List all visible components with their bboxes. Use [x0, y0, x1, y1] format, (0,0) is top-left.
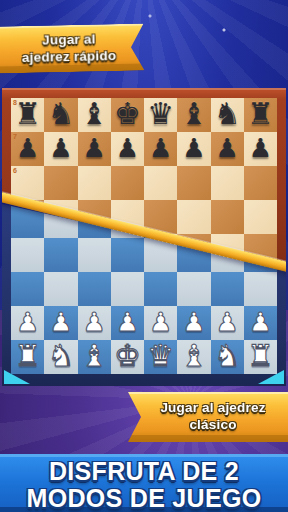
- white-bishop-piece: ♝: [81, 341, 108, 371]
- white-pawn-piece: ♟: [149, 309, 172, 335]
- black-rook-piece: ♜: [247, 99, 274, 129]
- white-pawn-piece: ♟: [82, 309, 105, 335]
- square: [211, 272, 244, 306]
- square: [78, 166, 111, 200]
- square: ♝: [177, 340, 210, 374]
- cta-classic-line1: Jugar al ajedrez: [160, 400, 265, 417]
- square: [244, 200, 277, 234]
- square: ♟: [211, 306, 244, 340]
- square: ♟: [44, 306, 77, 340]
- square: ♟: [211, 132, 244, 166]
- white-queen-piece: ♛: [147, 341, 174, 371]
- black-pawn-piece: ♟: [16, 135, 39, 161]
- white-king-piece: ♚: [114, 341, 141, 371]
- square: ♜: [11, 340, 44, 374]
- square: ♝: [78, 98, 111, 132]
- black-king-piece: ♚: [114, 99, 141, 129]
- chess-board[interactable]: 8♜♞♝♚♛♝♞♜7♟♟♟♟♟♟♟♟6 ♟♟♟♟♟♟♟♟♜♞♝♚♛♝♞♜: [2, 88, 286, 386]
- black-pawn-piece: ♟: [149, 135, 172, 161]
- square: [244, 272, 277, 306]
- square: ♟: [177, 306, 210, 340]
- white-rook-piece: ♜: [14, 341, 41, 371]
- square: [144, 166, 177, 200]
- white-pawn-piece: ♟: [116, 309, 139, 335]
- white-knight-piece: ♞: [47, 341, 74, 371]
- cta-quick-chess-ribbon[interactable]: Jugar al ajedrez rápido: [0, 23, 144, 73]
- square: ♞: [211, 340, 244, 374]
- black-pawn-piece: ♟: [116, 135, 139, 161]
- square: ♞: [211, 98, 244, 132]
- square: [78, 272, 111, 306]
- square: ♞: [44, 340, 77, 374]
- square: [11, 272, 44, 306]
- white-rook-piece: ♜: [247, 341, 274, 371]
- square: [78, 238, 111, 272]
- square: ♟: [244, 306, 277, 340]
- square: ♞: [44, 98, 77, 132]
- cta-classic-chess-ribbon[interactable]: Jugar al ajedrez clásico: [128, 392, 288, 442]
- square: ♝: [78, 340, 111, 374]
- white-knight-piece: ♞: [214, 341, 241, 371]
- cta-quick-line2: ajedrez rápido: [22, 48, 117, 67]
- headline-line1: DISFRUTA DE 2: [49, 458, 239, 485]
- square: ♟: [244, 132, 277, 166]
- square: ♟: [44, 132, 77, 166]
- square: ♟: [144, 132, 177, 166]
- square: [177, 200, 210, 234]
- square: [177, 166, 210, 200]
- cta-classic-line2: clásico: [189, 417, 236, 434]
- square: ♟: [177, 132, 210, 166]
- square: ♟: [144, 306, 177, 340]
- square: [111, 238, 144, 272]
- black-knight-piece: ♞: [214, 99, 241, 129]
- square: [11, 238, 44, 272]
- square: ♜: [244, 98, 277, 132]
- cta-quick-line1: Jugar al: [42, 31, 96, 49]
- square: [244, 166, 277, 200]
- square: ♛: [144, 98, 177, 132]
- square: ♚: [111, 98, 144, 132]
- black-pawn-piece: ♟: [215, 135, 238, 161]
- square: [44, 272, 77, 306]
- square: ♟: [78, 132, 111, 166]
- black-pawn-piece: ♟: [82, 135, 105, 161]
- white-pawn-piece: ♟: [249, 309, 272, 335]
- square: ♟: [78, 306, 111, 340]
- square: ♟: [111, 306, 144, 340]
- black-pawn-piece: ♟: [182, 135, 205, 161]
- black-pawn-piece: ♟: [249, 135, 272, 161]
- black-queen-piece: ♛: [147, 99, 174, 129]
- square: [211, 200, 244, 234]
- rank-coordinate-label: 6: [13, 167, 17, 174]
- black-pawn-piece: ♟: [49, 135, 72, 161]
- white-pawn-piece: ♟: [215, 309, 238, 335]
- square: [211, 166, 244, 200]
- headline-banner: DISFRUTA DE 2 MODOS DE JUEGO: [0, 454, 288, 512]
- white-pawn-piece: ♟: [16, 309, 39, 335]
- square: ♝: [177, 98, 210, 132]
- square: ♟: [11, 306, 44, 340]
- square: [111, 166, 144, 200]
- square: [111, 272, 144, 306]
- square: ♛: [144, 340, 177, 374]
- headline-line2: MODOS DE JUEGO: [27, 485, 262, 512]
- square: ♚: [111, 340, 144, 374]
- square: 8♜: [11, 98, 44, 132]
- black-rook-piece: ♜: [14, 99, 41, 129]
- white-pawn-piece: ♟: [49, 309, 72, 335]
- square: [144, 272, 177, 306]
- square: 7♟: [11, 132, 44, 166]
- black-bishop-piece: ♝: [81, 99, 108, 129]
- black-knight-piece: ♞: [47, 99, 74, 129]
- white-pawn-piece: ♟: [182, 309, 205, 335]
- square: [177, 272, 210, 306]
- square: ♜: [244, 340, 277, 374]
- white-bishop-piece: ♝: [180, 341, 207, 371]
- square: [44, 238, 77, 272]
- square: [44, 166, 77, 200]
- black-bishop-piece: ♝: [180, 99, 207, 129]
- square: ♟: [111, 132, 144, 166]
